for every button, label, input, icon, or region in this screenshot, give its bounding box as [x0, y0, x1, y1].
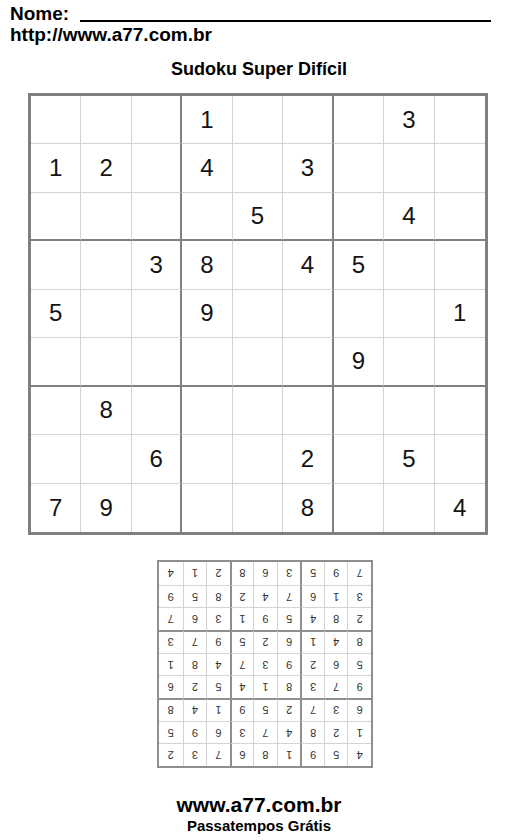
- solution-cell-r8c4: 7: [277, 585, 301, 608]
- solution-cell-r6c4: 6: [277, 630, 301, 653]
- solution-cell-r7c1: 2: [347, 607, 371, 630]
- cell-r3c4: [182, 193, 232, 241]
- solution-cell-r2c2: 2: [324, 721, 348, 744]
- cell-r7c6: [283, 387, 333, 435]
- cell-r6c8: [384, 338, 434, 386]
- cell-r4c2: [81, 241, 131, 289]
- cell-r4c5: [233, 241, 283, 289]
- cell-r9c7: [334, 484, 384, 532]
- cell-r3c8: 4: [384, 193, 434, 241]
- footer-tagline: Passatempos Grátis: [0, 817, 518, 834]
- solution-grid-rotated: 4591867321284736956372591489738145265629…: [157, 560, 373, 768]
- cell-r2c3: [132, 144, 182, 192]
- solution-cell-r8c9: 9: [159, 585, 183, 608]
- cell-r4c7: 5: [334, 241, 384, 289]
- cell-r2c7: [334, 144, 384, 192]
- solution-cell-r9c8: 1: [183, 562, 207, 585]
- cell-r1c7: [334, 96, 384, 144]
- solution-cell-r7c5: 9: [253, 607, 277, 630]
- cell-r8c3: 6: [132, 435, 182, 483]
- cell-r3c3: [132, 193, 182, 241]
- solution-cell-r8c6: 2: [230, 585, 254, 608]
- solution-cell-r6c5: 2: [253, 630, 277, 653]
- cell-r9c3: [132, 484, 182, 532]
- cell-r3c6: [283, 193, 333, 241]
- solution-cell-r4c3: 3: [300, 675, 324, 698]
- cell-r7c5: [233, 387, 283, 435]
- solution-cell-r5c6: 7: [230, 653, 254, 676]
- solution-cell-r5c9: 1: [159, 653, 183, 676]
- cell-r5c6: [283, 290, 333, 338]
- solution-cell-r1c6: 6: [230, 743, 254, 766]
- cell-r5c7: [334, 290, 384, 338]
- solution-cell-r3c2: 3: [324, 698, 348, 721]
- cell-r4c3: 3: [132, 241, 182, 289]
- solution-cell-r6c8: 7: [183, 630, 207, 653]
- cell-r6c6: [283, 338, 333, 386]
- cell-r1c1: [31, 96, 81, 144]
- cell-r5c3: [132, 290, 182, 338]
- cell-r2c1: 1: [31, 144, 81, 192]
- cell-r5c1: 5: [31, 290, 81, 338]
- cell-r8c2: [81, 435, 131, 483]
- solution-cell-r1c4: 1: [277, 743, 301, 766]
- cell-r5c8: [384, 290, 434, 338]
- solution-cell-r5c7: 4: [206, 653, 230, 676]
- cell-r3c2: [81, 193, 131, 241]
- cell-r8c4: [182, 435, 232, 483]
- solution-cell-r8c5: 4: [253, 585, 277, 608]
- cell-r9c4: [182, 484, 232, 532]
- solution-cell-r3c6: 9: [230, 698, 254, 721]
- page-title: Sudoku Super Difícil: [0, 59, 518, 80]
- solution-cell-r7c6: 1: [230, 607, 254, 630]
- solution-cell-r9c3: 5: [300, 562, 324, 585]
- cell-r6c7: 9: [334, 338, 384, 386]
- cell-r5c2: [81, 290, 131, 338]
- cell-r7c7: [334, 387, 384, 435]
- name-blank-line: [80, 20, 491, 22]
- cell-r8c8: 5: [384, 435, 434, 483]
- cell-r6c9: [435, 338, 485, 386]
- solution-cell-r5c2: 6: [324, 653, 348, 676]
- solution-cell-r4c5: 1: [253, 675, 277, 698]
- solution-cell-r2c8: 9: [183, 721, 207, 744]
- cell-r5c5: [233, 290, 283, 338]
- cell-r8c6: 2: [283, 435, 333, 483]
- name-label: Nome:: [10, 3, 69, 25]
- cell-r6c2: [81, 338, 131, 386]
- solution-cell-r1c2: 5: [324, 743, 348, 766]
- solution-cell-r9c1: 7: [347, 562, 371, 585]
- solution-cell-r9c9: 4: [159, 562, 183, 585]
- cell-r8c9: [435, 435, 485, 483]
- solution-cell-r6c3: 1: [300, 630, 324, 653]
- cell-r5c9: 1: [435, 290, 485, 338]
- solution-cell-r5c4: 9: [277, 653, 301, 676]
- solution-cell-r4c4: 8: [277, 675, 301, 698]
- solution-cell-r1c3: 9: [300, 743, 324, 766]
- solution-cell-r3c7: 1: [206, 698, 230, 721]
- solution-cell-r6c1: 8: [347, 630, 371, 653]
- solution-cell-r4c6: 4: [230, 675, 254, 698]
- solution-cell-r7c9: 7: [159, 607, 183, 630]
- solution-cell-r6c7: 9: [206, 630, 230, 653]
- site-url: http://www.a77.com.br: [10, 24, 212, 46]
- solution-cell-r2c1: 1: [347, 721, 371, 744]
- cell-r1c6: [283, 96, 333, 144]
- solution-cell-r9c5: 6: [253, 562, 277, 585]
- cell-r3c7: [334, 193, 384, 241]
- solution-cell-r2c6: 3: [230, 721, 254, 744]
- solution-cell-r7c2: 8: [324, 607, 348, 630]
- cell-r7c3: [132, 387, 182, 435]
- solution-cell-r2c3: 8: [300, 721, 324, 744]
- solution-cell-r7c3: 4: [300, 607, 324, 630]
- solution-cell-r3c9: 8: [159, 698, 183, 721]
- solution-cell-r8c1: 3: [347, 585, 371, 608]
- solution-cell-r4c2: 7: [324, 675, 348, 698]
- cell-r8c1: [31, 435, 81, 483]
- sudoku-grid: 131243543845591986257984: [28, 93, 488, 535]
- cell-r2c5: [233, 144, 283, 192]
- cell-r1c5: [233, 96, 283, 144]
- solution-cell-r8c8: 5: [183, 585, 207, 608]
- cell-r6c4: [182, 338, 232, 386]
- cell-r7c2: 8: [81, 387, 131, 435]
- cell-r2c4: 4: [182, 144, 232, 192]
- solution-cell-r7c8: 6: [183, 607, 207, 630]
- solution-cell-r2c9: 5: [159, 721, 183, 744]
- cell-r4c4: 8: [182, 241, 232, 289]
- solution-cell-r1c8: 3: [183, 743, 207, 766]
- solution-cell-r9c7: 2: [206, 562, 230, 585]
- cell-r4c6: 4: [283, 241, 333, 289]
- solution-cell-r3c5: 5: [253, 698, 277, 721]
- cell-r3c1: [31, 193, 81, 241]
- solution-cell-r8c2: 1: [324, 585, 348, 608]
- solution-cell-r3c8: 4: [183, 698, 207, 721]
- cell-r8c5: [233, 435, 283, 483]
- cell-r2c6: 3: [283, 144, 333, 192]
- cell-r9c8: [384, 484, 434, 532]
- solution-cell-r3c4: 2: [277, 698, 301, 721]
- cell-r1c8: 3: [384, 96, 434, 144]
- cell-r2c9: [435, 144, 485, 192]
- solution-cell-r3c1: 6: [347, 698, 371, 721]
- cell-r3c9: [435, 193, 485, 241]
- cell-r6c3: [132, 338, 182, 386]
- cell-r1c2: [81, 96, 131, 144]
- solution-cell-r8c7: 8: [206, 585, 230, 608]
- footer-site: www.a77.com.br: [0, 793, 518, 817]
- solution-cell-r5c3: 2: [300, 653, 324, 676]
- solution-cell-r9c2: 9: [324, 562, 348, 585]
- cell-r2c2: 2: [81, 144, 131, 192]
- cell-r7c4: [182, 387, 232, 435]
- solution-cell-r6c6: 5: [230, 630, 254, 653]
- solution-cell-r6c9: 3: [159, 630, 183, 653]
- solution-cell-r4c8: 2: [183, 675, 207, 698]
- solution-cell-r9c6: 8: [230, 562, 254, 585]
- solution-cell-r9c4: 3: [277, 562, 301, 585]
- cell-r7c8: [384, 387, 434, 435]
- cell-r6c1: [31, 338, 81, 386]
- solution-cell-r5c5: 3: [253, 653, 277, 676]
- cell-r9c1: 7: [31, 484, 81, 532]
- solution-cell-r1c5: 8: [253, 743, 277, 766]
- cell-r4c1: [31, 241, 81, 289]
- solution-cell-r1c1: 4: [347, 743, 371, 766]
- cell-r6c5: [233, 338, 283, 386]
- solution-cell-r5c8: 8: [183, 653, 207, 676]
- cell-r9c9: 4: [435, 484, 485, 532]
- solution-cell-r4c9: 6: [159, 675, 183, 698]
- cell-r8c7: [334, 435, 384, 483]
- solution-cell-r6c2: 4: [324, 630, 348, 653]
- cell-r4c8: [384, 241, 434, 289]
- cell-r1c4: 1: [182, 96, 232, 144]
- solution-cell-r1c9: 2: [159, 743, 183, 766]
- solution-cell-r2c5: 7: [253, 721, 277, 744]
- solution-cell-r4c1: 9: [347, 675, 371, 698]
- cell-r7c1: [31, 387, 81, 435]
- cell-r9c6: 8: [283, 484, 333, 532]
- cell-r5c4: 9: [182, 290, 232, 338]
- solution-cell-r2c4: 4: [277, 721, 301, 744]
- solution-cell-r5c1: 5: [347, 653, 371, 676]
- solution-cell-r8c3: 6: [300, 585, 324, 608]
- cell-r1c9: [435, 96, 485, 144]
- cell-r4c9: [435, 241, 485, 289]
- cell-r3c5: 5: [233, 193, 283, 241]
- cell-r7c9: [435, 387, 485, 435]
- solution-cell-r3c3: 7: [300, 698, 324, 721]
- cell-r2c8: [384, 144, 434, 192]
- solution-cell-r4c7: 5: [206, 675, 230, 698]
- solution-cell-r1c7: 7: [206, 743, 230, 766]
- cell-r9c5: [233, 484, 283, 532]
- cell-r9c2: 9: [81, 484, 131, 532]
- solution-cell-r7c7: 3: [206, 607, 230, 630]
- solution-cell-r7c4: 5: [277, 607, 301, 630]
- cell-r1c3: [132, 96, 182, 144]
- solution-cell-r2c7: 6: [206, 721, 230, 744]
